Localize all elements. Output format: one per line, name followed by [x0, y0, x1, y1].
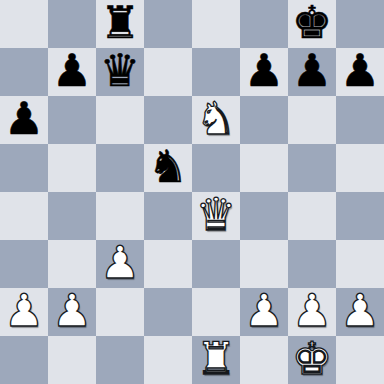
square-f8[interactable] — [240, 0, 288, 48]
square-c2[interactable] — [96, 288, 144, 336]
square-d2[interactable] — [144, 288, 192, 336]
square-e5[interactable] — [192, 144, 240, 192]
black-pawn[interactable]: ♟ — [244, 48, 284, 95]
square-h3[interactable] — [336, 240, 384, 288]
square-b2[interactable]: ♟ — [48, 288, 96, 336]
square-c7[interactable]: ♛ — [96, 48, 144, 96]
square-c5[interactable] — [96, 144, 144, 192]
black-pawn[interactable]: ♟ — [340, 48, 380, 95]
square-c1[interactable] — [96, 336, 144, 384]
square-b1[interactable] — [48, 336, 96, 384]
square-a1[interactable] — [0, 336, 48, 384]
square-h8[interactable] — [336, 0, 384, 48]
square-e4[interactable]: ♛ — [192, 192, 240, 240]
black-pawn[interactable]: ♟ — [4, 96, 44, 143]
square-e2[interactable] — [192, 288, 240, 336]
white-pawn[interactable]: ♟ — [100, 240, 140, 287]
square-d5[interactable]: ♞ — [144, 144, 192, 192]
square-e8[interactable] — [192, 0, 240, 48]
square-g6[interactable] — [288, 96, 336, 144]
square-c8[interactable]: ♜ — [96, 0, 144, 48]
square-g2[interactable]: ♟ — [288, 288, 336, 336]
square-g8[interactable]: ♚ — [288, 0, 336, 48]
white-king[interactable]: ♚ — [292, 336, 332, 383]
square-a4[interactable] — [0, 192, 48, 240]
square-d1[interactable] — [144, 336, 192, 384]
square-b4[interactable] — [48, 192, 96, 240]
white-rook[interactable]: ♜ — [196, 336, 236, 383]
square-a2[interactable]: ♟ — [0, 288, 48, 336]
black-pawn[interactable]: ♟ — [292, 48, 332, 95]
square-e7[interactable] — [192, 48, 240, 96]
square-f5[interactable] — [240, 144, 288, 192]
square-h1[interactable] — [336, 336, 384, 384]
black-knight[interactable]: ♞ — [148, 144, 188, 191]
square-b7[interactable]: ♟ — [48, 48, 96, 96]
square-f2[interactable]: ♟ — [240, 288, 288, 336]
square-a7[interactable] — [0, 48, 48, 96]
black-rook[interactable]: ♜ — [100, 0, 140, 47]
white-pawn[interactable]: ♟ — [292, 288, 332, 335]
square-c6[interactable] — [96, 96, 144, 144]
square-f6[interactable] — [240, 96, 288, 144]
square-f1[interactable] — [240, 336, 288, 384]
square-d4[interactable] — [144, 192, 192, 240]
black-queen[interactable]: ♛ — [100, 48, 140, 95]
square-f4[interactable] — [240, 192, 288, 240]
square-g5[interactable] — [288, 144, 336, 192]
square-e1[interactable]: ♜ — [192, 336, 240, 384]
chess-board: ♜♚♟♛♟♟♟♟♞♞♛♟♟♟♟♟♟♜♚ — [0, 0, 384, 384]
square-b3[interactable] — [48, 240, 96, 288]
square-c4[interactable] — [96, 192, 144, 240]
white-pawn[interactable]: ♟ — [244, 288, 284, 335]
square-f7[interactable]: ♟ — [240, 48, 288, 96]
white-pawn[interactable]: ♟ — [4, 288, 44, 335]
square-f3[interactable] — [240, 240, 288, 288]
square-h5[interactable] — [336, 144, 384, 192]
square-b6[interactable] — [48, 96, 96, 144]
white-pawn[interactable]: ♟ — [52, 288, 92, 335]
square-g7[interactable]: ♟ — [288, 48, 336, 96]
square-a5[interactable] — [0, 144, 48, 192]
square-g1[interactable]: ♚ — [288, 336, 336, 384]
white-queen[interactable]: ♛ — [196, 192, 236, 239]
square-c3[interactable]: ♟ — [96, 240, 144, 288]
square-d6[interactable] — [144, 96, 192, 144]
square-a3[interactable] — [0, 240, 48, 288]
black-pawn[interactable]: ♟ — [52, 48, 92, 95]
square-e3[interactable] — [192, 240, 240, 288]
square-b5[interactable] — [48, 144, 96, 192]
square-h2[interactable]: ♟ — [336, 288, 384, 336]
square-g4[interactable] — [288, 192, 336, 240]
white-pawn[interactable]: ♟ — [340, 288, 380, 335]
square-a8[interactable] — [0, 0, 48, 48]
black-king[interactable]: ♚ — [292, 0, 332, 47]
square-e6[interactable]: ♞ — [192, 96, 240, 144]
square-a6[interactable]: ♟ — [0, 96, 48, 144]
square-b8[interactable] — [48, 0, 96, 48]
square-g3[interactable] — [288, 240, 336, 288]
square-d8[interactable] — [144, 0, 192, 48]
white-knight[interactable]: ♞ — [196, 96, 236, 143]
square-h6[interactable] — [336, 96, 384, 144]
square-d3[interactable] — [144, 240, 192, 288]
square-h4[interactable] — [336, 192, 384, 240]
square-h7[interactable]: ♟ — [336, 48, 384, 96]
square-d7[interactable] — [144, 48, 192, 96]
